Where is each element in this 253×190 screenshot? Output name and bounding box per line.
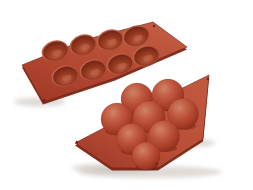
- corner-hole: [43, 99, 45, 101]
- corner-hole: [207, 78, 209, 80]
- mold-scene-svg: [0, 0, 253, 190]
- corner-hole: [76, 141, 78, 143]
- corner-hole: [156, 163, 158, 165]
- product-photo: [0, 0, 253, 190]
- dome: [132, 142, 160, 170]
- corner-hole: [153, 25, 155, 27]
